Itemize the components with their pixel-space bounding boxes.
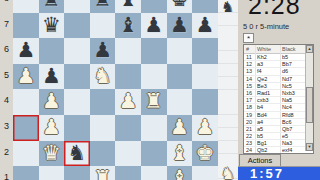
rank-label-strip: 87654321 [0,0,13,180]
square-c3[interactable] [64,115,90,141]
square-a8[interactable] [13,0,39,13]
square-c2[interactable]: ♞ [64,141,90,167]
move-number: 14 [246,76,252,82]
square-h5[interactable] [192,64,218,90]
move-number: 22 [246,133,252,139]
rank-label-7: 7 [0,19,13,29]
square-h2[interactable]: ♚ [192,141,218,167]
move-list-rows: 11Kh2b512a3Bb713f4d614Qe2Nd715Be3Nc516Ra… [244,54,306,154]
move-row-11[interactable]: 11Kh2b5 [244,54,306,61]
rank-label-8: 8 [0,0,13,3]
move-number: 20 [246,119,252,125]
header-black: Black [282,45,295,53]
square-f7[interactable]: ♟ [141,13,167,39]
move-row-17[interactable]: 17cxb3Na5 [244,97,306,104]
white-move: cxb3 [257,97,269,103]
square-g4[interactable] [167,89,193,115]
square-b5[interactable]: ♟ [39,64,65,90]
move-number: 24 [246,147,252,153]
white-move: Bd4 [257,112,267,118]
rank-label-6: 6 [0,44,13,54]
black-move: exf4 [282,147,292,153]
right-panel: 2:28 5 0 r 5-minute * # White Black 11Kh… [238,0,320,180]
scroll-up-icon[interactable]: ▲ [306,45,313,53]
black-move: Nc4 [282,104,292,110]
black-bishop-e8[interactable]: ♝ [115,0,141,13]
square-d6[interactable]: ♟ [90,38,116,64]
square-g6[interactable] [167,38,193,64]
white-pawn-b3[interactable]: ♟ [39,115,65,141]
white-move: Qb2 [257,147,267,153]
white-move: a4 [257,119,263,125]
white-pawn-h3[interactable]: ♟ [192,115,218,141]
square-c1[interactable] [64,166,90,180]
square-g1[interactable]: ♝ [167,166,193,180]
white-pawn-g3[interactable]: ♟ [167,115,193,141]
move-list-scrollbar[interactable]: ▲ ▼ [305,45,313,151]
move-list-header: # White Black [244,45,306,54]
square-d8[interactable]: ♜ [90,0,116,13]
square-e6[interactable] [115,38,141,64]
square-a7[interactable] [13,13,39,39]
square-c7[interactable] [64,13,90,39]
square-h3[interactable]: ♟ [192,115,218,141]
black-knight-c2[interactable]: ♞ [64,141,90,167]
black-move: d6 [282,68,288,74]
scroll-down-icon[interactable]: ▼ [306,143,313,151]
square-f3[interactable] [141,115,167,141]
rank-label-4: 4 [0,95,13,105]
header-white: White [257,45,271,53]
square-b8[interactable]: ♜ [39,0,65,13]
square-h8[interactable] [192,0,218,13]
square-g3[interactable]: ♟ [167,115,193,141]
square-b1[interactable] [39,166,65,180]
square-e4[interactable]: ♟ [115,89,141,115]
square-a5[interactable]: ♟ [13,64,39,90]
move-number: 23 [246,140,252,146]
chess-app-window: ♜♜♝♚♛♝♟♟♟♟♟♟♟♞♟♟♜♟♟♟♛♞♝♚♜♝ 87654321 ♞ ♞ … [0,0,320,180]
move-row-19[interactable]: 19Bd4Rfd8 [244,112,306,119]
square-c4[interactable] [64,89,90,115]
square-d1[interactable]: ♜ [90,166,116,180]
square-a3[interactable] [13,115,39,141]
square-a2[interactable] [13,141,39,167]
move-row-21[interactable]: 21a5Qb7 [244,126,306,133]
square-g8[interactable]: ♚ [167,0,193,13]
game-info-label: 5 0 r 5-minute [243,22,289,31]
square-a4[interactable] [13,89,39,115]
square-f6[interactable] [141,38,167,64]
white-pawn-e4[interactable]: ♟ [115,89,141,115]
square-g2[interactable]: ♝ [167,141,193,167]
white-move: a3 [257,61,263,67]
white-pawn-b4[interactable]: ♟ [39,89,65,115]
square-e3[interactable] [115,115,141,141]
move-number: 13 [246,68,252,74]
move-number: 17 [246,97,252,103]
black-move: Na5 [282,97,292,103]
square-g5[interactable] [167,64,193,90]
white-king-h2[interactable]: ♚ [192,141,218,167]
black-rook-b8[interactable]: ♜ [39,0,65,13]
opponent-clock: 2:28 [248,0,301,20]
square-f2[interactable] [141,141,167,167]
move-row-16[interactable]: 16Rad1Nxb3 [244,90,306,97]
square-f1[interactable] [141,166,167,180]
square-h6[interactable] [192,38,218,64]
black-move: Nxb3 [282,90,295,96]
square-e1[interactable] [115,166,141,180]
black-pawn-h7[interactable]: ♟ [192,13,218,39]
chess-board[interactable]: ♜♜♝♚♛♝♟♟♟♟♟♟♟♞♟♟♜♟♟♟♛♞♝♚♜♝ [13,0,218,180]
square-h1[interactable] [192,166,218,180]
move-number: 15 [246,83,252,89]
black-queen-b7[interactable]: ♛ [39,13,65,39]
move-list-table[interactable]: # White Black 11Kh2b512a3Bb713f4d614Qe2N… [243,44,314,154]
player-clock: 1:57 [250,166,284,180]
move-row-22[interactable]: 22b5e5 [244,133,306,140]
white-move: b4 [257,104,263,110]
square-h7[interactable]: ♟ [192,13,218,39]
square-e5[interactable] [115,64,141,90]
black-move: Nc5 [282,83,292,89]
black-king-g8[interactable]: ♚ [167,0,193,13]
white-move: Qe2 [257,76,267,82]
square-c5[interactable] [64,64,90,90]
square-d4[interactable] [90,89,116,115]
white-bishop-g1[interactable]: ♝ [167,166,193,180]
move-number: 12 [246,61,252,67]
white-queen-b2[interactable]: ♛ [39,141,65,167]
black-move: Na3 [282,140,292,146]
rank-label-3: 3 [0,121,13,131]
white-bishop-g2[interactable]: ♝ [167,141,193,167]
square-g7[interactable]: ♟ [167,13,193,39]
move-row-18[interactable]: 18b4Nc4 [244,104,306,111]
square-e8[interactable]: ♝ [115,0,141,13]
square-a1[interactable] [13,166,39,180]
square-a6[interactable]: ♟ [13,38,39,64]
black-move: Bb7 [282,61,292,67]
square-f5[interactable] [141,64,167,90]
square-b7[interactable]: ♛ [39,13,65,39]
move-row-13[interactable]: 13f4d6 [244,68,306,75]
white-move: Rad1 [257,90,270,96]
rank-label-2: 2 [0,147,13,157]
rank-label-1: 1 [0,172,13,180]
white-move: Kh2 [257,54,267,60]
white-move: Bg1 [257,140,267,146]
black-move: e5 [282,133,288,139]
square-d7[interactable] [90,13,116,39]
black-move: Qb7 [282,126,292,132]
square-b3[interactable]: ♟ [39,115,65,141]
white-rook-f4[interactable]: ♜ [141,89,167,115]
black-pawn-f7[interactable]: ♟ [141,13,167,39]
black-move: Rfd8 [282,112,294,118]
square-f4[interactable]: ♜ [141,89,167,115]
white-pawn-a5[interactable]: ♟ [13,64,39,90]
rank-label-5: 5 [0,70,13,80]
square-d3[interactable] [90,115,116,141]
black-move: Bc6 [282,119,291,125]
square-c8[interactable] [64,0,90,13]
captured-pieces-tray: ♞ ♞ [218,0,238,180]
square-d2[interactable] [90,141,116,167]
black-pawn-g7[interactable]: ♟ [167,13,193,39]
move-number: 19 [246,112,252,118]
square-f8[interactable] [141,0,167,13]
move-row-23[interactable]: 23Bg1Na3 [244,140,306,147]
white-rook-d1[interactable]: ♜ [90,166,116,180]
square-b2[interactable]: ♛ [39,141,65,167]
white-knight-d5[interactable]: ♞ [90,64,116,90]
white-move: Be3 [257,83,267,89]
white-move: b5 [257,133,263,139]
scrollbar-thumb[interactable] [306,87,313,123]
header-move-number: # [246,45,249,53]
move-list-mini-tab[interactable]: * [243,33,254,43]
move-row-20[interactable]: 20a4Bc6 [244,119,306,126]
square-b4[interactable]: ♟ [39,89,65,115]
move-number: 16 [246,90,252,96]
move-number: 11 [246,54,252,60]
black-pawn-b5[interactable]: ♟ [39,64,65,90]
move-number: 21 [246,126,252,132]
move-row-14[interactable]: 14Qe2Nd7 [244,76,306,83]
square-d5[interactable]: ♞ [90,64,116,90]
square-b6[interactable] [39,38,65,64]
captured-black-knight-icon: ♞ [219,0,237,16]
white-move: f4 [257,68,262,74]
player-clock-bar: 1:57 [238,167,320,180]
black-pawn-a6[interactable]: ♟ [13,38,39,64]
black-move: Nd7 [282,76,292,82]
square-c6[interactable] [64,38,90,64]
square-e7[interactable]: ♝ [115,13,141,39]
square-e2[interactable] [115,141,141,167]
captured-white-knight-icon: ♞ [219,164,237,180]
move-row-12[interactable]: 12a3Bb7 [244,61,306,68]
move-number: 18 [246,104,252,110]
square-h4[interactable] [192,89,218,115]
move-row-15[interactable]: 15Be3Nc5 [244,83,306,90]
black-pawn-d6[interactable]: ♟ [90,38,116,64]
white-move: a5 [257,126,263,132]
black-move: b5 [282,54,288,60]
black-bishop-e7[interactable]: ♝ [115,13,141,39]
black-rook-d8[interactable]: ♜ [90,0,116,13]
